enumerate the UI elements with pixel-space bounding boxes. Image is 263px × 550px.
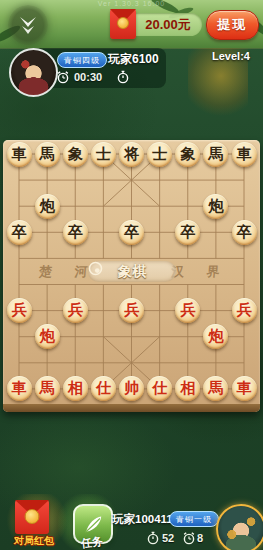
piece-black-炮[interactable]: 炮: [35, 194, 60, 219]
river-label-right: 汉 界: [170, 263, 229, 281]
withdraw-label: 提现: [218, 16, 248, 34]
red-envelope-icon: [110, 9, 136, 39]
alarm-clock-icon: [182, 531, 196, 545]
piece-red-兵[interactable]: 兵: [7, 298, 32, 323]
piece-red-兵[interactable]: 兵: [232, 298, 257, 323]
piece-black-卒[interactable]: 卒: [232, 220, 257, 245]
piece-red-兵[interactable]: 兵: [63, 298, 88, 323]
player-avatar[interactable]: [216, 504, 263, 550]
board-edge: [3, 404, 260, 412]
logo-text: 象棋: [118, 263, 146, 281]
version-text: Ver 1.30.3 16:00: [0, 0, 263, 7]
opponent-rank-badge: 青铜四级: [57, 52, 107, 68]
piece-black-士[interactable]: 士: [91, 142, 116, 167]
opponent-timer: 00:30: [74, 71, 102, 83]
piece-black-車[interactable]: 車: [7, 142, 32, 167]
game-screen: Ver 1.30.3 16:00 20.00元 提现 青铜四级 玩家6100 0…: [0, 0, 263, 550]
piece-black-炮[interactable]: 炮: [203, 194, 228, 219]
piece-red-車[interactable]: 車: [232, 376, 257, 401]
level-indicator: Level:4: [212, 50, 250, 62]
piece-black-卒[interactable]: 卒: [7, 220, 32, 245]
piece-black-士[interactable]: 士: [147, 142, 172, 167]
player-rank-badge: 青铜一级: [169, 511, 219, 527]
piece-black-卒[interactable]: 卒: [63, 220, 88, 245]
piece-black-車[interactable]: 車: [232, 142, 257, 167]
stopwatch-stat: 52: [162, 532, 174, 544]
opponent-name: 玩家6100: [108, 51, 159, 68]
withdraw-button[interactable]: 提现: [206, 10, 259, 40]
piece-black-卒[interactable]: 卒: [119, 220, 144, 245]
logo-penguin-icon: [88, 261, 103, 276]
piece-black-将[interactable]: 将: [119, 142, 144, 167]
piece-black-馬[interactable]: 馬: [35, 142, 60, 167]
top-bar: Ver 1.30.3 16:00 20.00元 提现: [0, 0, 263, 49]
opponent-avatar[interactable]: [9, 48, 58, 97]
feather-icon: [82, 513, 104, 535]
xiangqi-board[interactable]: 楚 河 汉 界 象棋 車馬象士将士象馬車炮炮卒卒卒卒卒兵兵兵兵兵炮炮車馬相仕帅仕…: [3, 140, 260, 412]
piece-black-象[interactable]: 象: [175, 142, 200, 167]
stopwatch-icon: [116, 70, 130, 84]
collapse-button[interactable]: [8, 5, 48, 45]
stopwatch-icon: [146, 531, 160, 545]
chevron-down-icon: [16, 15, 40, 35]
piece-red-馬[interactable]: 馬: [35, 376, 60, 401]
piece-black-卒[interactable]: 卒: [175, 220, 200, 245]
alarm-clock-icon: [56, 70, 70, 84]
clock-stat: 8: [197, 532, 203, 544]
balance-amount: 20.00元: [131, 16, 191, 34]
piece-red-炮[interactable]: 炮: [35, 324, 60, 349]
player-name: 玩家100411: [112, 512, 173, 527]
piece-red-車[interactable]: 車: [7, 376, 32, 401]
board-logo: 象棋: [88, 261, 176, 282]
piece-red-相[interactable]: 相: [63, 376, 88, 401]
match-red-packet-button[interactable]: [15, 500, 49, 534]
piece-black-象[interactable]: 象: [63, 142, 88, 167]
piece-red-兵[interactable]: 兵: [119, 298, 144, 323]
piece-black-馬[interactable]: 馬: [203, 142, 228, 167]
